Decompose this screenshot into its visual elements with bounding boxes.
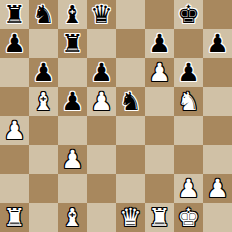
piece-white-pawn: ♟: [177, 176, 199, 201]
square-f1[interactable]: ♜: [145, 203, 174, 232]
piece-black-pawn: ♟: [3, 31, 25, 56]
piece-black-pawn: ♟: [148, 31, 170, 56]
square-d3[interactable]: [87, 145, 116, 174]
square-e3[interactable]: [116, 145, 145, 174]
square-h7[interactable]: ♟: [203, 29, 232, 58]
square-f6[interactable]: ♟: [145, 58, 174, 87]
square-a1[interactable]: ♜: [0, 203, 29, 232]
square-f4[interactable]: [145, 116, 174, 145]
square-c2[interactable]: [58, 174, 87, 203]
square-g7[interactable]: [174, 29, 203, 58]
square-h2[interactable]: ♟: [203, 174, 232, 203]
square-d8[interactable]: ♛: [87, 0, 116, 29]
square-b6[interactable]: ♟: [29, 58, 58, 87]
square-f8[interactable]: [145, 0, 174, 29]
piece-white-rook: ♜: [148, 205, 170, 230]
square-f3[interactable]: [145, 145, 174, 174]
piece-black-queen: ♛: [90, 2, 112, 27]
square-c6[interactable]: [58, 58, 87, 87]
piece-white-bishop: ♝: [61, 205, 83, 230]
piece-white-rook: ♜: [3, 205, 25, 230]
piece-black-king: ♚: [177, 2, 199, 27]
square-g2[interactable]: ♟: [174, 174, 203, 203]
piece-white-knight: ♞: [177, 89, 199, 114]
piece-black-bishop: ♝: [61, 2, 83, 27]
square-h8[interactable]: [203, 0, 232, 29]
square-d7[interactable]: [87, 29, 116, 58]
square-g5[interactable]: ♞: [174, 87, 203, 116]
square-b5[interactable]: ♝: [29, 87, 58, 116]
piece-black-pawn: ♟: [90, 60, 112, 85]
square-e7[interactable]: [116, 29, 145, 58]
square-a4[interactable]: ♟: [0, 116, 29, 145]
square-b1[interactable]: [29, 203, 58, 232]
square-a7[interactable]: ♟: [0, 29, 29, 58]
piece-white-bishop: ♝: [32, 89, 54, 114]
square-f2[interactable]: [145, 174, 174, 203]
square-h5[interactable]: [203, 87, 232, 116]
square-b3[interactable]: [29, 145, 58, 174]
square-g4[interactable]: [174, 116, 203, 145]
piece-white-pawn: ♟: [90, 89, 112, 114]
square-f5[interactable]: [145, 87, 174, 116]
piece-black-rook: ♜: [61, 31, 83, 56]
piece-black-pawn: ♟: [32, 60, 54, 85]
square-g1[interactable]: ♚: [174, 203, 203, 232]
square-b7[interactable]: [29, 29, 58, 58]
square-a2[interactable]: [0, 174, 29, 203]
square-c1[interactable]: ♝: [58, 203, 87, 232]
square-d2[interactable]: [87, 174, 116, 203]
square-a6[interactable]: [0, 58, 29, 87]
piece-black-pawn: ♟: [177, 60, 199, 85]
square-d5[interactable]: ♟: [87, 87, 116, 116]
square-h4[interactable]: [203, 116, 232, 145]
square-e4[interactable]: [116, 116, 145, 145]
square-c7[interactable]: ♜: [58, 29, 87, 58]
piece-white-king: ♚: [177, 205, 199, 230]
square-a3[interactable]: [0, 145, 29, 174]
piece-black-knight: ♞: [119, 89, 141, 114]
square-c3[interactable]: ♟: [58, 145, 87, 174]
square-f7[interactable]: ♟: [145, 29, 174, 58]
square-e8[interactable]: [116, 0, 145, 29]
square-h3[interactable]: [203, 145, 232, 174]
square-e5[interactable]: ♞: [116, 87, 145, 116]
square-b2[interactable]: [29, 174, 58, 203]
square-a5[interactable]: [0, 87, 29, 116]
square-e2[interactable]: [116, 174, 145, 203]
piece-black-pawn: ♟: [61, 89, 83, 114]
piece-white-pawn: ♟: [148, 60, 170, 85]
square-e1[interactable]: ♛: [116, 203, 145, 232]
piece-white-pawn: ♟: [3, 118, 25, 143]
square-a8[interactable]: ♜: [0, 0, 29, 29]
square-h6[interactable]: [203, 58, 232, 87]
piece-black-rook: ♜: [3, 2, 25, 27]
square-g6[interactable]: ♟: [174, 58, 203, 87]
piece-black-knight: ♞: [32, 2, 54, 27]
square-d1[interactable]: [87, 203, 116, 232]
piece-black-pawn: ♟: [206, 31, 228, 56]
piece-white-pawn: ♟: [206, 176, 228, 201]
square-d4[interactable]: [87, 116, 116, 145]
square-e6[interactable]: [116, 58, 145, 87]
square-g8[interactable]: ♚: [174, 0, 203, 29]
square-b4[interactable]: [29, 116, 58, 145]
piece-white-queen: ♛: [119, 205, 141, 230]
square-b8[interactable]: ♞: [29, 0, 58, 29]
square-c8[interactable]: ♝: [58, 0, 87, 29]
square-d6[interactable]: ♟: [87, 58, 116, 87]
square-g3[interactable]: [174, 145, 203, 174]
square-c5[interactable]: ♟: [58, 87, 87, 116]
square-c4[interactable]: [58, 116, 87, 145]
piece-white-pawn: ♟: [61, 147, 83, 172]
chess-board: ♜♞♝♛♚♟♜♟♟♟♟♟♟♝♟♟♞♞♟♟♟♟♜♝♛♜♚: [0, 0, 232, 232]
square-h1[interactable]: [203, 203, 232, 232]
